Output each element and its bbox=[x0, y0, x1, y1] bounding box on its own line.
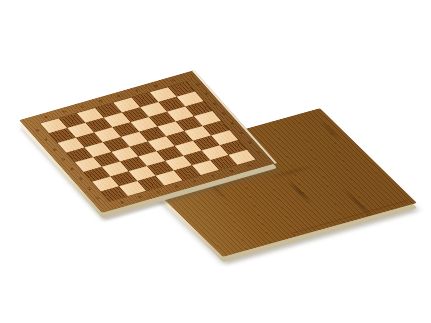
coord-file-e-top: e bbox=[116, 94, 122, 98]
coord-rank-4-left: 4 bbox=[69, 167, 75, 171]
coord-rank-3-right: 3 bbox=[238, 131, 244, 135]
coord-file-g-bottom: g bbox=[229, 169, 235, 173]
coord-file-b-top: b bbox=[62, 110, 68, 114]
coord-rank-1-right: 1 bbox=[256, 151, 262, 155]
coord-rank-2-right: 2 bbox=[247, 141, 253, 145]
coord-rank-7-right: 7 bbox=[204, 93, 210, 97]
coord-file-a-top: a bbox=[43, 115, 49, 119]
coord-rank-2-left: 2 bbox=[87, 187, 93, 191]
coord-rank-8-left: 8 bbox=[35, 129, 41, 133]
coord-file-f-top: f bbox=[135, 89, 139, 92]
coord-rank-1-left: 1 bbox=[95, 197, 101, 201]
product-photo: aabbccddeeffgghh8877665544332211 bbox=[0, 0, 431, 323]
coord-file-a-bottom: a bbox=[119, 201, 125, 205]
coord-file-g-top: g bbox=[153, 84, 159, 88]
coord-rank-8-right: 8 bbox=[195, 83, 201, 87]
coord-file-b-bottom: b bbox=[138, 195, 144, 199]
coord-file-c-top: c bbox=[80, 105, 85, 109]
coord-rank-5-left: 5 bbox=[61, 158, 67, 162]
coord-file-d-top: d bbox=[98, 100, 104, 104]
coord-file-e-bottom: e bbox=[192, 180, 198, 184]
coord-rank-6-right: 6 bbox=[212, 102, 218, 106]
coord-rank-5-right: 5 bbox=[221, 112, 227, 116]
coord-rank-3-left: 3 bbox=[78, 177, 84, 181]
coord-file-h-top: h bbox=[171, 79, 177, 83]
coord-rank-4-right: 4 bbox=[230, 122, 236, 126]
coord-rank-6-left: 6 bbox=[52, 148, 58, 152]
coord-file-f-bottom: f bbox=[211, 175, 215, 178]
coord-rank-7-left: 7 bbox=[43, 138, 49, 142]
coord-file-h-bottom: h bbox=[247, 164, 253, 168]
coord-file-c-bottom: c bbox=[156, 190, 161, 194]
coord-file-d-bottom: d bbox=[174, 185, 180, 189]
